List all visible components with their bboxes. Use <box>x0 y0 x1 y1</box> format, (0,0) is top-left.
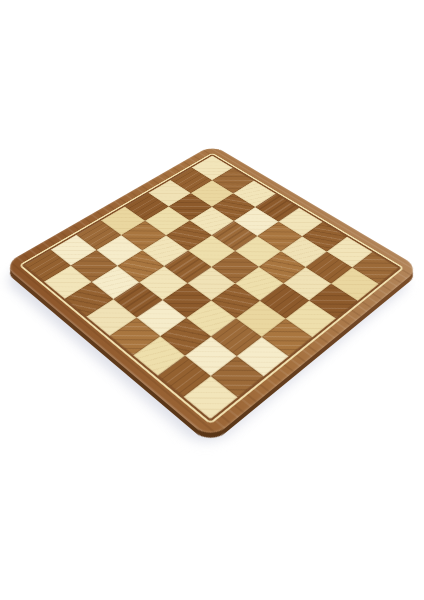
board-grid <box>24 156 399 420</box>
inlay-seam <box>21 154 401 422</box>
product-photo-stage <box>0 0 424 600</box>
maple-trim-line <box>18 153 404 425</box>
chess-board <box>3 145 420 440</box>
